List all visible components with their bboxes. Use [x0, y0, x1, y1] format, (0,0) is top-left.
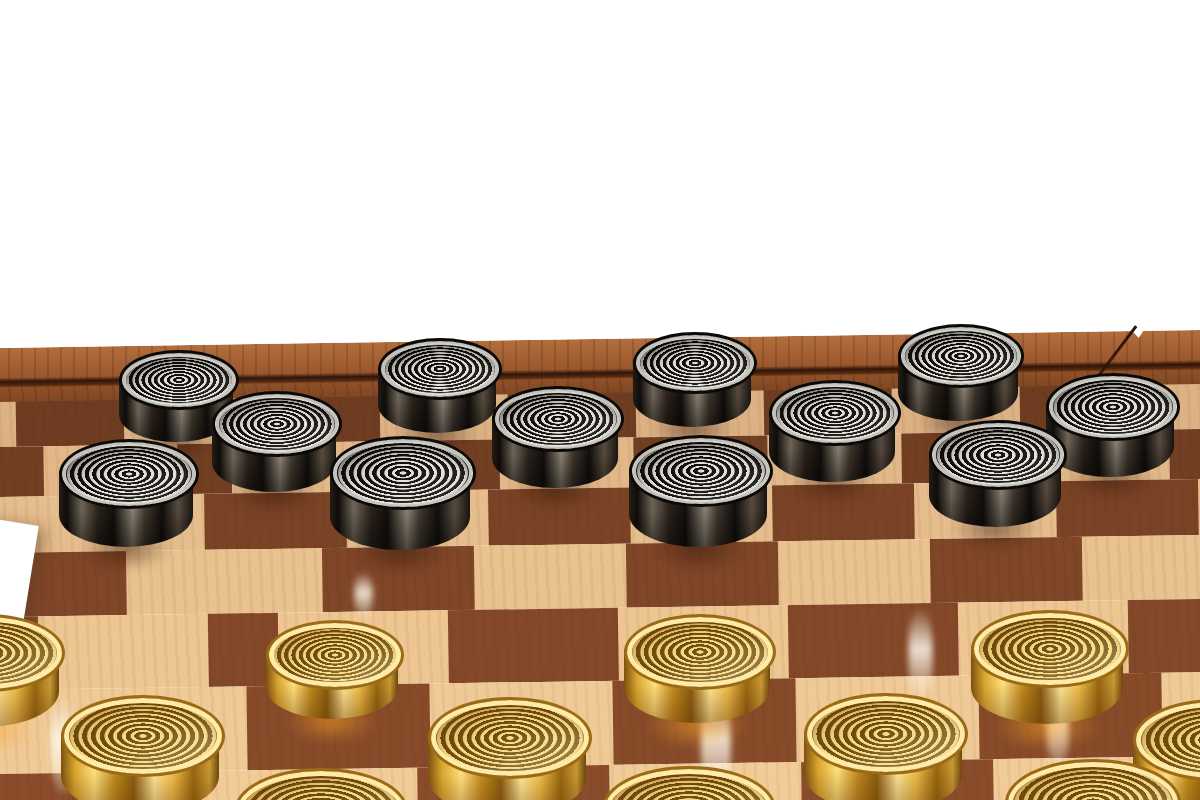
gold-checker-piece-9[interactable] — [234, 768, 402, 800]
piece-concentric-ring-face — [602, 766, 776, 800]
gold-checker-piece-1[interactable] — [0, 614, 59, 727]
piece-concentric-ring-face — [804, 693, 968, 775]
piece-concentric-ring-face — [633, 332, 757, 395]
piece-concentric-ring-face — [929, 420, 1067, 489]
piece-concentric-ring-face — [266, 620, 404, 689]
dark-checker-piece-9[interactable] — [59, 439, 193, 548]
piece-concentric-ring-face — [234, 768, 408, 800]
gold-checker-piece-10[interactable] — [602, 766, 770, 800]
piece-concentric-ring-face — [330, 436, 476, 509]
dark-checker-piece-3[interactable] — [633, 332, 751, 428]
board-photo-scene — [0, 0, 1200, 800]
gold-checker-piece-11[interactable] — [1005, 759, 1175, 800]
gold-checker-piece-7[interactable] — [804, 693, 962, 800]
piece-concentric-ring-face — [898, 324, 1024, 388]
piece-concentric-ring-face — [59, 439, 199, 509]
gold-checker-piece-3[interactable] — [624, 614, 770, 724]
piece-concentric-ring-face — [1005, 759, 1181, 800]
piece-concentric-ring-face — [428, 697, 592, 779]
gold-checker-piece-2[interactable] — [266, 620, 398, 719]
specular-reflections — [0, 0, 1194, 9]
dark-checker-piece-7[interactable] — [769, 380, 895, 482]
gold-checker-piece-5[interactable] — [61, 695, 219, 800]
piece-concentric-ring-face — [212, 391, 342, 457]
piece-concentric-ring-face — [492, 386, 624, 452]
gold-checker-piece-4[interactable] — [971, 610, 1123, 724]
piece-concentric-ring-face — [624, 614, 776, 690]
dark-checker-piece-11[interactable] — [629, 435, 767, 547]
piece-concentric-ring-face — [629, 435, 773, 507]
light-streak — [908, 607, 933, 699]
dark-checker-piece-2[interactable] — [378, 338, 496, 434]
piece-concentric-ring-face — [769, 380, 901, 446]
dark-checker-piece-6[interactable] — [492, 386, 618, 488]
piece-concentric-ring-face — [378, 338, 502, 401]
dark-checker-piece-12[interactable] — [929, 420, 1061, 527]
dark-checker-piece-5[interactable] — [212, 391, 336, 491]
gold-checker-piece-6[interactable] — [428, 697, 586, 800]
piece-concentric-ring-face — [971, 610, 1129, 689]
board-squares — [0, 0, 1194, 9]
piece-concentric-ring-face — [61, 695, 225, 777]
dark-checker-piece-10[interactable] — [330, 436, 470, 549]
dark-checker-piece-4[interactable] — [898, 324, 1018, 421]
piece-concentric-ring-face — [1046, 373, 1180, 440]
